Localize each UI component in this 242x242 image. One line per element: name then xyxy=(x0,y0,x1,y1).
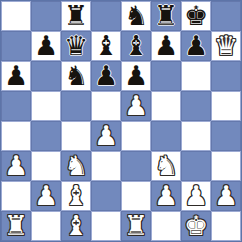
square-b5[interactable] xyxy=(31,91,61,121)
chess-board: ♜♞♜♚♟♛♝♝♟♟♛♟♞♟♟♟♟♟♞♞♟♝♟♟♟♜♝♜♚ xyxy=(0,0,242,242)
square-b7[interactable]: ♟ xyxy=(31,31,61,61)
square-c8[interactable]: ♜ xyxy=(61,1,91,31)
square-e5[interactable]: ♟ xyxy=(121,91,151,121)
black-rook-icon[interactable]: ♜ xyxy=(64,2,88,29)
square-h2[interactable]: ♟ xyxy=(211,181,241,211)
square-e7[interactable]: ♝ xyxy=(121,31,151,61)
square-a3[interactable]: ♟ xyxy=(1,151,31,181)
white-pawn-icon[interactable]: ♟ xyxy=(4,152,28,179)
white-pawn-icon[interactable]: ♟ xyxy=(34,182,58,209)
square-e4[interactable] xyxy=(121,121,151,151)
white-king-icon[interactable]: ♚ xyxy=(184,212,208,239)
square-c3[interactable]: ♞ xyxy=(61,151,91,181)
square-f8[interactable]: ♜ xyxy=(151,1,181,31)
square-g3[interactable] xyxy=(181,151,211,181)
square-b1[interactable] xyxy=(31,211,61,241)
square-b4[interactable] xyxy=(31,121,61,151)
square-g1[interactable]: ♚ xyxy=(181,211,211,241)
black-pawn-icon[interactable]: ♟ xyxy=(4,62,28,89)
square-f3[interactable]: ♞ xyxy=(151,151,181,181)
square-a7[interactable] xyxy=(1,31,31,61)
square-f7[interactable]: ♟ xyxy=(151,31,181,61)
black-bishop-icon[interactable]: ♝ xyxy=(124,32,148,59)
square-g7[interactable]: ♟ xyxy=(181,31,211,61)
square-d7[interactable]: ♝ xyxy=(91,31,121,61)
square-c7[interactable]: ♛ xyxy=(61,31,91,61)
square-a5[interactable] xyxy=(1,91,31,121)
square-d3[interactable] xyxy=(91,151,121,181)
square-a6[interactable]: ♟ xyxy=(1,61,31,91)
square-e3[interactable] xyxy=(121,151,151,181)
square-f5[interactable] xyxy=(151,91,181,121)
square-b8[interactable] xyxy=(31,1,61,31)
square-f1[interactable] xyxy=(151,211,181,241)
black-rook-icon[interactable]: ♜ xyxy=(154,2,178,29)
white-rook-icon[interactable]: ♜ xyxy=(124,212,148,239)
white-knight-icon[interactable]: ♞ xyxy=(154,152,178,179)
black-pawn-icon[interactable]: ♟ xyxy=(154,32,178,59)
black-pawn-icon[interactable]: ♟ xyxy=(124,62,148,89)
square-g4[interactable] xyxy=(181,121,211,151)
white-pawn-icon[interactable]: ♟ xyxy=(154,182,178,209)
square-g8[interactable]: ♚ xyxy=(181,1,211,31)
square-d4[interactable]: ♟ xyxy=(91,121,121,151)
square-g5[interactable] xyxy=(181,91,211,121)
white-knight-icon[interactable]: ♞ xyxy=(64,152,88,179)
square-d6[interactable]: ♟ xyxy=(91,61,121,91)
white-bishop-icon[interactable]: ♝ xyxy=(64,182,88,209)
square-h5[interactable] xyxy=(211,91,241,121)
square-g2[interactable]: ♟ xyxy=(181,181,211,211)
square-d5[interactable] xyxy=(91,91,121,121)
black-queen-icon[interactable]: ♛ xyxy=(64,32,88,59)
square-h3[interactable] xyxy=(211,151,241,181)
black-bishop-icon[interactable]: ♝ xyxy=(94,32,118,59)
square-c5[interactable] xyxy=(61,91,91,121)
square-h7[interactable]: ♛ xyxy=(211,31,241,61)
square-a8[interactable] xyxy=(1,1,31,31)
black-knight-icon[interactable]: ♞ xyxy=(124,2,148,29)
square-a2[interactable] xyxy=(1,181,31,211)
square-h6[interactable] xyxy=(211,61,241,91)
square-f2[interactable]: ♟ xyxy=(151,181,181,211)
square-d8[interactable] xyxy=(91,1,121,31)
square-b3[interactable] xyxy=(31,151,61,181)
square-h8[interactable] xyxy=(211,1,241,31)
white-rook-icon[interactable]: ♜ xyxy=(4,212,28,239)
square-a1[interactable]: ♜ xyxy=(1,211,31,241)
square-b6[interactable] xyxy=(31,61,61,91)
white-pawn-icon[interactable]: ♟ xyxy=(94,122,118,149)
square-f6[interactable] xyxy=(151,61,181,91)
square-d1[interactable] xyxy=(91,211,121,241)
white-queen-icon[interactable]: ♛ xyxy=(214,32,238,59)
square-e1[interactable]: ♜ xyxy=(121,211,151,241)
square-b2[interactable]: ♟ xyxy=(31,181,61,211)
white-pawn-icon[interactable]: ♟ xyxy=(124,92,148,119)
white-pawn-icon[interactable]: ♟ xyxy=(184,182,208,209)
white-pawn-icon[interactable]: ♟ xyxy=(214,182,238,209)
white-bishop-icon[interactable]: ♝ xyxy=(64,212,88,239)
square-h1[interactable] xyxy=(211,211,241,241)
square-c4[interactable] xyxy=(61,121,91,151)
square-e8[interactable]: ♞ xyxy=(121,1,151,31)
square-c2[interactable]: ♝ xyxy=(61,181,91,211)
black-pawn-icon[interactable]: ♟ xyxy=(184,32,208,59)
square-g6[interactable] xyxy=(181,61,211,91)
black-pawn-icon[interactable]: ♟ xyxy=(94,62,118,89)
square-e2[interactable] xyxy=(121,181,151,211)
square-d2[interactable] xyxy=(91,181,121,211)
square-h4[interactable] xyxy=(211,121,241,151)
square-e6[interactable]: ♟ xyxy=(121,61,151,91)
square-f4[interactable] xyxy=(151,121,181,151)
black-king-icon[interactable]: ♚ xyxy=(184,2,208,29)
square-c6[interactable]: ♞ xyxy=(61,61,91,91)
square-c1[interactable]: ♝ xyxy=(61,211,91,241)
square-a4[interactable] xyxy=(1,121,31,151)
black-pawn-icon[interactable]: ♟ xyxy=(34,32,58,59)
black-knight-icon[interactable]: ♞ xyxy=(64,62,88,89)
